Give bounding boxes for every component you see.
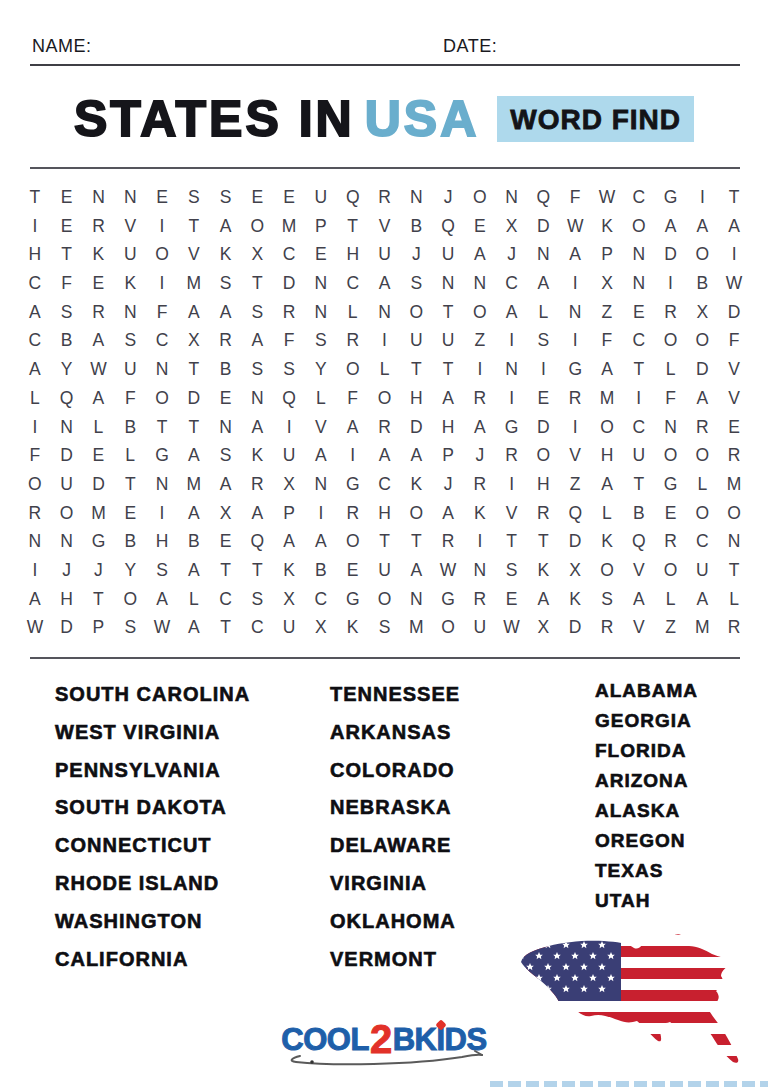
- grid-cell-r6c21[interactable]: O: [655, 326, 687, 355]
- grid-cell-r16c23[interactable]: R: [718, 613, 750, 642]
- grid-cell-r3c8[interactable]: X: [241, 240, 273, 269]
- grid-cell-r11c5[interactable]: N: [146, 470, 178, 499]
- grid-cell-r15c11[interactable]: G: [337, 585, 369, 614]
- grid-cell-r3c17[interactable]: N: [528, 240, 560, 269]
- grid-cell-r15c12[interactable]: O: [369, 585, 401, 614]
- grid-cell-r9c21[interactable]: N: [655, 413, 687, 442]
- grid-cell-r10c9[interactable]: U: [273, 441, 305, 470]
- grid-cell-r13c5[interactable]: H: [146, 527, 178, 556]
- grid-cell-r1c10[interactable]: U: [305, 183, 337, 212]
- grid-cell-r9c14[interactable]: H: [432, 413, 464, 442]
- grid-cell-r7c3[interactable]: W: [83, 355, 115, 384]
- grid-cell-r2c20[interactable]: O: [623, 212, 655, 241]
- grid-cell-r9c2[interactable]: N: [51, 413, 83, 442]
- grid-cell-r8c9[interactable]: Q: [273, 384, 305, 413]
- grid-cell-r16c19[interactable]: R: [591, 613, 623, 642]
- grid-cell-r8c22[interactable]: A: [686, 384, 718, 413]
- grid-cell-r13c23[interactable]: N: [718, 527, 750, 556]
- grid-cell-r7c9[interactable]: S: [273, 355, 305, 384]
- grid-cell-r10c21[interactable]: O: [655, 441, 687, 470]
- grid-cell-r7c13[interactable]: T: [400, 355, 432, 384]
- grid-cell-r12c12[interactable]: H: [369, 499, 401, 528]
- grid-cell-r12c13[interactable]: O: [400, 499, 432, 528]
- grid-cell-r4c1[interactable]: C: [19, 269, 51, 298]
- grid-cell-r3c16[interactable]: J: [496, 240, 528, 269]
- grid-cell-r8c1[interactable]: L: [19, 384, 51, 413]
- grid-cell-r14c12[interactable]: U: [369, 556, 401, 585]
- grid-cell-r10c18[interactable]: V: [559, 441, 591, 470]
- grid-cell-r15c15[interactable]: R: [464, 585, 496, 614]
- grid-cell-r14c15[interactable]: N: [464, 556, 496, 585]
- grid-cell-r15c17[interactable]: A: [528, 585, 560, 614]
- grid-cell-r7c22[interactable]: D: [686, 355, 718, 384]
- grid-cell-r9c16[interactable]: G: [496, 413, 528, 442]
- grid-cell-r3c14[interactable]: U: [432, 240, 464, 269]
- grid-cell-r11c23[interactable]: M: [718, 470, 750, 499]
- grid-cell-r10c10[interactable]: A: [305, 441, 337, 470]
- grid-cell-r11c14[interactable]: J: [432, 470, 464, 499]
- grid-cell-r4c17[interactable]: A: [528, 269, 560, 298]
- grid-cell-r4c10[interactable]: N: [305, 269, 337, 298]
- grid-cell-r15c22[interactable]: A: [686, 585, 718, 614]
- grid-cell-r1c8[interactable]: E: [241, 183, 273, 212]
- grid-cell-r5c17[interactable]: L: [528, 298, 560, 327]
- grid-cell-r13c4[interactable]: B: [114, 527, 146, 556]
- grid-cell-r1c6[interactable]: S: [178, 183, 210, 212]
- grid-cell-r14c2[interactable]: J: [51, 556, 83, 585]
- grid-cell-r3c13[interactable]: J: [400, 240, 432, 269]
- grid-cell-r9c22[interactable]: R: [686, 413, 718, 442]
- grid-cell-r8c23[interactable]: V: [718, 384, 750, 413]
- grid-cell-r4c5[interactable]: I: [146, 269, 178, 298]
- grid-cell-r11c8[interactable]: R: [241, 470, 273, 499]
- grid-cell-r15c9[interactable]: X: [273, 585, 305, 614]
- grid-cell-r8c2[interactable]: Q: [51, 384, 83, 413]
- grid-cell-r2c6[interactable]: T: [178, 212, 210, 241]
- grid-cell-r7c7[interactable]: B: [210, 355, 242, 384]
- grid-cell-r7c19[interactable]: A: [591, 355, 623, 384]
- grid-cell-r14c9[interactable]: K: [273, 556, 305, 585]
- grid-cell-r13c11[interactable]: O: [337, 527, 369, 556]
- grid-cell-r16c6[interactable]: A: [178, 613, 210, 642]
- grid-cell-r5c22[interactable]: X: [686, 298, 718, 327]
- grid-cell-r7c5[interactable]: N: [146, 355, 178, 384]
- grid-cell-r16c5[interactable]: W: [146, 613, 178, 642]
- grid-cell-r1c21[interactable]: G: [655, 183, 687, 212]
- grid-cell-r16c13[interactable]: M: [400, 613, 432, 642]
- grid-cell-r1c3[interactable]: N: [83, 183, 115, 212]
- grid-cell-r6c14[interactable]: U: [432, 326, 464, 355]
- grid-cell-r2c5[interactable]: I: [146, 212, 178, 241]
- grid-cell-r8c16[interactable]: I: [496, 384, 528, 413]
- grid-cell-r6c20[interactable]: C: [623, 326, 655, 355]
- grid-cell-r6c23[interactable]: F: [718, 326, 750, 355]
- grid-cell-r5c14[interactable]: T: [432, 298, 464, 327]
- grid-cell-r11c10[interactable]: N: [305, 470, 337, 499]
- grid-cell-r4c18[interactable]: I: [559, 269, 591, 298]
- grid-cell-r11c9[interactable]: X: [273, 470, 305, 499]
- grid-cell-r4c19[interactable]: X: [591, 269, 623, 298]
- grid-cell-r15c7[interactable]: C: [210, 585, 242, 614]
- grid-cell-r14c8[interactable]: T: [241, 556, 273, 585]
- grid-cell-r15c20[interactable]: A: [623, 585, 655, 614]
- grid-cell-r6c15[interactable]: Z: [464, 326, 496, 355]
- grid-cell-r9c4[interactable]: B: [114, 413, 146, 442]
- grid-cell-r12c16[interactable]: V: [496, 499, 528, 528]
- grid-cell-r4c21[interactable]: I: [655, 269, 687, 298]
- grid-cell-r8c4[interactable]: F: [114, 384, 146, 413]
- grid-cell-r15c2[interactable]: H: [51, 585, 83, 614]
- grid-cell-r9c13[interactable]: D: [400, 413, 432, 442]
- grid-cell-r9c9[interactable]: I: [273, 413, 305, 442]
- grid-cell-r8c6[interactable]: D: [178, 384, 210, 413]
- grid-cell-r14c20[interactable]: V: [623, 556, 655, 585]
- grid-cell-r14c5[interactable]: S: [146, 556, 178, 585]
- grid-cell-r3c20[interactable]: N: [623, 240, 655, 269]
- grid-cell-r7c23[interactable]: V: [718, 355, 750, 384]
- grid-cell-r16c18[interactable]: D: [559, 613, 591, 642]
- grid-cell-r16c7[interactable]: T: [210, 613, 242, 642]
- grid-cell-r8c15[interactable]: R: [464, 384, 496, 413]
- grid-cell-r16c17[interactable]: X: [528, 613, 560, 642]
- grid-cell-r14c6[interactable]: A: [178, 556, 210, 585]
- grid-cell-r8c14[interactable]: A: [432, 384, 464, 413]
- grid-cell-r2c22[interactable]: A: [686, 212, 718, 241]
- grid-cell-r4c23[interactable]: W: [718, 269, 750, 298]
- grid-cell-r7c12[interactable]: L: [369, 355, 401, 384]
- grid-cell-r12c21[interactable]: E: [655, 499, 687, 528]
- grid-cell-r7c16[interactable]: N: [496, 355, 528, 384]
- grid-cell-r15c13[interactable]: N: [400, 585, 432, 614]
- grid-cell-r2c16[interactable]: X: [496, 212, 528, 241]
- grid-cell-r1c23[interactable]: T: [718, 183, 750, 212]
- grid-cell-r13c2[interactable]: N: [51, 527, 83, 556]
- grid-cell-r12c4[interactable]: E: [114, 499, 146, 528]
- grid-cell-r1c15[interactable]: O: [464, 183, 496, 212]
- grid-cell-r11c16[interactable]: I: [496, 470, 528, 499]
- grid-cell-r13c3[interactable]: G: [83, 527, 115, 556]
- grid-cell-r1c19[interactable]: W: [591, 183, 623, 212]
- grid-cell-r7c20[interactable]: T: [623, 355, 655, 384]
- grid-cell-r11c11[interactable]: G: [337, 470, 369, 499]
- grid-cell-r14c4[interactable]: Y: [114, 556, 146, 585]
- grid-cell-r11c13[interactable]: K: [400, 470, 432, 499]
- grid-cell-r16c8[interactable]: C: [241, 613, 273, 642]
- grid-cell-r16c22[interactable]: M: [686, 613, 718, 642]
- grid-cell-r13c1[interactable]: N: [19, 527, 51, 556]
- grid-cell-r5c6[interactable]: A: [178, 298, 210, 327]
- grid-cell-r11c7[interactable]: A: [210, 470, 242, 499]
- grid-cell-r13c22[interactable]: C: [686, 527, 718, 556]
- grid-cell-r9c11[interactable]: A: [337, 413, 369, 442]
- grid-cell-r16c10[interactable]: X: [305, 613, 337, 642]
- grid-cell-r1c2[interactable]: E: [51, 183, 83, 212]
- grid-cell-r4c6[interactable]: M: [178, 269, 210, 298]
- grid-cell-r9c18[interactable]: I: [559, 413, 591, 442]
- grid-cell-r12c9[interactable]: P: [273, 499, 305, 528]
- grid-cell-r5c1[interactable]: A: [19, 298, 51, 327]
- grid-cell-r6c18[interactable]: I: [559, 326, 591, 355]
- grid-cell-r1c18[interactable]: F: [559, 183, 591, 212]
- grid-cell-r11c18[interactable]: Z: [559, 470, 591, 499]
- grid-cell-r4c16[interactable]: C: [496, 269, 528, 298]
- grid-cell-r14c21[interactable]: O: [655, 556, 687, 585]
- grid-cell-r1c17[interactable]: Q: [528, 183, 560, 212]
- grid-cell-r1c9[interactable]: E: [273, 183, 305, 212]
- grid-cell-r16c16[interactable]: W: [496, 613, 528, 642]
- grid-cell-r13c10[interactable]: A: [305, 527, 337, 556]
- grid-cell-r5c4[interactable]: N: [114, 298, 146, 327]
- grid-cell-r7c11[interactable]: O: [337, 355, 369, 384]
- grid-cell-r10c16[interactable]: R: [496, 441, 528, 470]
- grid-cell-r7c21[interactable]: L: [655, 355, 687, 384]
- grid-cell-r3c12[interactable]: U: [369, 240, 401, 269]
- grid-cell-r9c20[interactable]: C: [623, 413, 655, 442]
- grid-cell-r9c1[interactable]: I: [19, 413, 51, 442]
- grid-cell-r3c3[interactable]: K: [83, 240, 115, 269]
- grid-cell-r1c7[interactable]: S: [210, 183, 242, 212]
- grid-cell-r4c15[interactable]: N: [464, 269, 496, 298]
- grid-cell-r4c8[interactable]: T: [241, 269, 273, 298]
- grid-cell-r16c9[interactable]: U: [273, 613, 305, 642]
- grid-cell-r16c4[interactable]: S: [114, 613, 146, 642]
- grid-cell-r9c23[interactable]: E: [718, 413, 750, 442]
- grid-cell-r3c18[interactable]: A: [559, 240, 591, 269]
- grid-cell-r11c22[interactable]: L: [686, 470, 718, 499]
- grid-cell-r10c13[interactable]: A: [400, 441, 432, 470]
- grid-cell-r5c15[interactable]: O: [464, 298, 496, 327]
- grid-cell-r5c3[interactable]: R: [83, 298, 115, 327]
- grid-cell-r2c10[interactable]: P: [305, 212, 337, 241]
- grid-cell-r1c5[interactable]: E: [146, 183, 178, 212]
- grid-cell-r12c23[interactable]: O: [718, 499, 750, 528]
- grid-cell-r6c5[interactable]: C: [146, 326, 178, 355]
- grid-cell-r15c16[interactable]: E: [496, 585, 528, 614]
- grid-cell-r12c14[interactable]: A: [432, 499, 464, 528]
- grid-cell-r14c17[interactable]: K: [528, 556, 560, 585]
- grid-cell-r4c2[interactable]: F: [51, 269, 83, 298]
- grid-cell-r9c15[interactable]: A: [464, 413, 496, 442]
- grid-cell-r7c1[interactable]: A: [19, 355, 51, 384]
- grid-cell-r13c21[interactable]: R: [655, 527, 687, 556]
- grid-cell-r15c8[interactable]: S: [241, 585, 273, 614]
- grid-cell-r8c7[interactable]: E: [210, 384, 242, 413]
- grid-cell-r3c2[interactable]: T: [51, 240, 83, 269]
- grid-cell-r7c10[interactable]: Y: [305, 355, 337, 384]
- grid-cell-r12c5[interactable]: I: [146, 499, 178, 528]
- grid-cell-r10c7[interactable]: S: [210, 441, 242, 470]
- grid-cell-r1c22[interactable]: I: [686, 183, 718, 212]
- grid-cell-r2c14[interactable]: Q: [432, 212, 464, 241]
- grid-cell-r14c7[interactable]: T: [210, 556, 242, 585]
- grid-cell-r2c7[interactable]: A: [210, 212, 242, 241]
- grid-cell-r3c1[interactable]: H: [19, 240, 51, 269]
- grid-cell-r3c21[interactable]: D: [655, 240, 687, 269]
- grid-cell-r5c7[interactable]: A: [210, 298, 242, 327]
- grid-cell-r6c17[interactable]: S: [528, 326, 560, 355]
- grid-cell-r10c23[interactable]: R: [718, 441, 750, 470]
- grid-cell-r13c15[interactable]: I: [464, 527, 496, 556]
- grid-cell-r11c21[interactable]: G: [655, 470, 687, 499]
- grid-cell-r4c13[interactable]: S: [400, 269, 432, 298]
- grid-cell-r10c20[interactable]: U: [623, 441, 655, 470]
- grid-cell-r8c20[interactable]: I: [623, 384, 655, 413]
- grid-cell-r13c8[interactable]: Q: [241, 527, 273, 556]
- grid-cell-r6c19[interactable]: F: [591, 326, 623, 355]
- grid-cell-r7c6[interactable]: T: [178, 355, 210, 384]
- grid-cell-r15c6[interactable]: L: [178, 585, 210, 614]
- grid-cell-r12c19[interactable]: L: [591, 499, 623, 528]
- grid-cell-r14c1[interactable]: I: [19, 556, 51, 585]
- grid-cell-r1c13[interactable]: N: [400, 183, 432, 212]
- grid-cell-r11c17[interactable]: H: [528, 470, 560, 499]
- grid-cell-r15c1[interactable]: A: [19, 585, 51, 614]
- grid-cell-r14c23[interactable]: T: [718, 556, 750, 585]
- grid-cell-r3c5[interactable]: O: [146, 240, 178, 269]
- grid-cell-r4c14[interactable]: N: [432, 269, 464, 298]
- grid-cell-r9c5[interactable]: T: [146, 413, 178, 442]
- grid-cell-r2c4[interactable]: V: [114, 212, 146, 241]
- grid-cell-r8c10[interactable]: L: [305, 384, 337, 413]
- grid-cell-r6c9[interactable]: F: [273, 326, 305, 355]
- grid-cell-r11c2[interactable]: U: [51, 470, 83, 499]
- grid-cell-r13c13[interactable]: T: [400, 527, 432, 556]
- grid-cell-r2c2[interactable]: E: [51, 212, 83, 241]
- grid-cell-r6c10[interactable]: S: [305, 326, 337, 355]
- grid-cell-r1c1[interactable]: T: [19, 183, 51, 212]
- grid-cell-r8c3[interactable]: A: [83, 384, 115, 413]
- grid-cell-r2c1[interactable]: I: [19, 212, 51, 241]
- grid-cell-r14c14[interactable]: W: [432, 556, 464, 585]
- grid-cell-r12c20[interactable]: B: [623, 499, 655, 528]
- grid-cell-r11c19[interactable]: A: [591, 470, 623, 499]
- grid-cell-r10c22[interactable]: O: [686, 441, 718, 470]
- grid-cell-r16c1[interactable]: W: [19, 613, 51, 642]
- grid-cell-r7c4[interactable]: U: [114, 355, 146, 384]
- grid-cell-r10c3[interactable]: E: [83, 441, 115, 470]
- grid-cell-r10c15[interactable]: J: [464, 441, 496, 470]
- grid-cell-r10c17[interactable]: O: [528, 441, 560, 470]
- grid-cell-r14c22[interactable]: U: [686, 556, 718, 585]
- grid-cell-r4c7[interactable]: S: [210, 269, 242, 298]
- grid-cell-r2c3[interactable]: R: [83, 212, 115, 241]
- grid-cell-r16c14[interactable]: O: [432, 613, 464, 642]
- grid-cell-r14c19[interactable]: O: [591, 556, 623, 585]
- grid-cell-r3c7[interactable]: K: [210, 240, 242, 269]
- grid-cell-r15c23[interactable]: L: [718, 585, 750, 614]
- grid-cell-r10c2[interactable]: D: [51, 441, 83, 470]
- grid-cell-r2c11[interactable]: T: [337, 212, 369, 241]
- grid-cell-r6c3[interactable]: A: [83, 326, 115, 355]
- grid-cell-r10c14[interactable]: P: [432, 441, 464, 470]
- grid-cell-r6c4[interactable]: S: [114, 326, 146, 355]
- grid-cell-r2c12[interactable]: V: [369, 212, 401, 241]
- grid-cell-r4c3[interactable]: E: [83, 269, 115, 298]
- grid-cell-r1c14[interactable]: J: [432, 183, 464, 212]
- grid-cell-r15c18[interactable]: K: [559, 585, 591, 614]
- grid-cell-r6c8[interactable]: A: [241, 326, 273, 355]
- grid-cell-r4c22[interactable]: B: [686, 269, 718, 298]
- grid-cell-r5c19[interactable]: Z: [591, 298, 623, 327]
- grid-cell-r8c11[interactable]: F: [337, 384, 369, 413]
- grid-cell-r11c4[interactable]: T: [114, 470, 146, 499]
- grid-cell-r12c3[interactable]: M: [83, 499, 115, 528]
- grid-cell-r2c18[interactable]: W: [559, 212, 591, 241]
- grid-cell-r11c1[interactable]: O: [19, 470, 51, 499]
- grid-cell-r16c3[interactable]: P: [83, 613, 115, 642]
- grid-cell-r8c5[interactable]: O: [146, 384, 178, 413]
- grid-cell-r14c13[interactable]: A: [400, 556, 432, 585]
- grid-cell-r8c19[interactable]: M: [591, 384, 623, 413]
- grid-cell-r15c10[interactable]: C: [305, 585, 337, 614]
- grid-cell-r2c21[interactable]: A: [655, 212, 687, 241]
- grid-cell-r9c7[interactable]: N: [210, 413, 242, 442]
- grid-cell-r4c9[interactable]: D: [273, 269, 305, 298]
- grid-cell-r10c6[interactable]: A: [178, 441, 210, 470]
- grid-cell-r12c7[interactable]: X: [210, 499, 242, 528]
- grid-cell-r3c4[interactable]: U: [114, 240, 146, 269]
- grid-cell-r2c15[interactable]: E: [464, 212, 496, 241]
- grid-cell-r12c8[interactable]: A: [241, 499, 273, 528]
- grid-cell-r15c21[interactable]: L: [655, 585, 687, 614]
- grid-cell-r10c11[interactable]: I: [337, 441, 369, 470]
- grid-cell-r6c13[interactable]: U: [400, 326, 432, 355]
- grid-cell-r13c17[interactable]: T: [528, 527, 560, 556]
- grid-cell-r3c22[interactable]: O: [686, 240, 718, 269]
- grid-cell-r7c18[interactable]: G: [559, 355, 591, 384]
- grid-cell-r12c6[interactable]: A: [178, 499, 210, 528]
- grid-cell-r5c10[interactable]: N: [305, 298, 337, 327]
- grid-cell-r10c8[interactable]: K: [241, 441, 273, 470]
- grid-cell-r12c18[interactable]: Q: [559, 499, 591, 528]
- grid-cell-r5c20[interactable]: E: [623, 298, 655, 327]
- grid-cell-r13c20[interactable]: Q: [623, 527, 655, 556]
- grid-cell-r13c12[interactable]: T: [369, 527, 401, 556]
- grid-cell-r3c10[interactable]: E: [305, 240, 337, 269]
- grid-cell-r10c4[interactable]: L: [114, 441, 146, 470]
- grid-cell-r11c12[interactable]: C: [369, 470, 401, 499]
- grid-cell-r8c21[interactable]: F: [655, 384, 687, 413]
- grid-cell-r9c17[interactable]: D: [528, 413, 560, 442]
- grid-cell-r11c15[interactable]: R: [464, 470, 496, 499]
- grid-cell-r5c8[interactable]: S: [241, 298, 273, 327]
- grid-cell-r8c12[interactable]: O: [369, 384, 401, 413]
- grid-cell-r15c3[interactable]: T: [83, 585, 115, 614]
- grid-cell-r5c2[interactable]: S: [51, 298, 83, 327]
- grid-cell-r14c10[interactable]: B: [305, 556, 337, 585]
- grid-cell-r11c6[interactable]: M: [178, 470, 210, 499]
- grid-cell-r6c1[interactable]: C: [19, 326, 51, 355]
- grid-cell-r1c11[interactable]: Q: [337, 183, 369, 212]
- grid-cell-r12c2[interactable]: O: [51, 499, 83, 528]
- grid-cell-r5c5[interactable]: F: [146, 298, 178, 327]
- grid-cell-r9c10[interactable]: V: [305, 413, 337, 442]
- grid-cell-r13c6[interactable]: B: [178, 527, 210, 556]
- grid-cell-r14c16[interactable]: S: [496, 556, 528, 585]
- grid-cell-r6c16[interactable]: I: [496, 326, 528, 355]
- grid-cell-r8c17[interactable]: E: [528, 384, 560, 413]
- grid-cell-r4c11[interactable]: C: [337, 269, 369, 298]
- grid-cell-r10c1[interactable]: F: [19, 441, 51, 470]
- grid-cell-r1c12[interactable]: R: [369, 183, 401, 212]
- grid-cell-r7c2[interactable]: Y: [51, 355, 83, 384]
- grid-cell-r3c11[interactable]: H: [337, 240, 369, 269]
- grid-cell-r8c13[interactable]: H: [400, 384, 432, 413]
- grid-cell-r2c19[interactable]: K: [591, 212, 623, 241]
- grid-cell-r13c9[interactable]: A: [273, 527, 305, 556]
- grid-cell-r8c8[interactable]: N: [241, 384, 273, 413]
- grid-cell-r13c7[interactable]: E: [210, 527, 242, 556]
